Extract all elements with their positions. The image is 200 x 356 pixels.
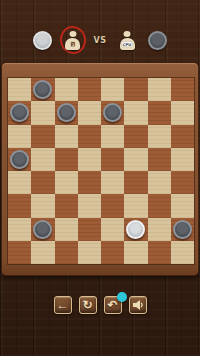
board-square[interactable] <box>148 218 171 241</box>
board-square[interactable] <box>124 148 147 171</box>
board-square[interactable] <box>101 218 124 241</box>
player1-color-piece-icon <box>33 31 52 50</box>
board-square[interactable] <box>101 148 124 171</box>
undo-notification-badge <box>117 292 127 302</box>
board-square[interactable] <box>55 148 78 171</box>
board-square[interactable] <box>171 218 194 241</box>
checker-piece-dark[interactable] <box>10 103 29 122</box>
board-square[interactable] <box>55 241 78 264</box>
board-square[interactable] <box>31 78 54 101</box>
checker-piece-dark[interactable] <box>10 150 29 169</box>
board-square[interactable] <box>55 194 78 217</box>
board-square[interactable] <box>148 241 171 264</box>
cpu-person-icon: CPU <box>120 31 135 50</box>
board-square[interactable] <box>31 171 54 194</box>
board-square[interactable] <box>78 125 101 148</box>
checker-piece-dark[interactable] <box>57 103 76 122</box>
board-square[interactable] <box>78 101 101 124</box>
speaker-icon <box>132 299 144 311</box>
board-square[interactable] <box>8 125 31 148</box>
board-square[interactable] <box>124 171 147 194</box>
board-square[interactable] <box>124 241 147 264</box>
player1-chest-label: 1 <box>70 41 75 47</box>
checker-piece-dark[interactable] <box>33 220 52 239</box>
board-square[interactable] <box>31 218 54 241</box>
undo-arrow-icon: ↶ <box>107 299 117 311</box>
board-square[interactable] <box>8 148 31 171</box>
board-square[interactable] <box>31 241 54 264</box>
board-square[interactable] <box>31 148 54 171</box>
board-square[interactable] <box>78 171 101 194</box>
board-square[interactable] <box>148 171 171 194</box>
undo-button[interactable]: ↶ <box>104 296 122 314</box>
board-square[interactable] <box>148 148 171 171</box>
board-square[interactable] <box>101 171 124 194</box>
board-square[interactable] <box>171 101 194 124</box>
board-square[interactable] <box>78 241 101 264</box>
person-head <box>124 31 131 37</box>
board-square[interactable] <box>8 194 31 217</box>
checker-piece-light[interactable] <box>126 220 145 239</box>
bottom-toolbar: ← ↻ ↶ <box>0 294 200 316</box>
vs-label: VS <box>94 36 107 45</box>
board-square[interactable] <box>171 125 194 148</box>
board-square[interactable] <box>101 125 124 148</box>
restart-button[interactable]: ↻ <box>79 296 97 314</box>
sound-button[interactable] <box>129 296 147 314</box>
player-bar: 1 VS CPU <box>0 26 200 54</box>
person-head <box>69 31 76 37</box>
board-square[interactable] <box>55 78 78 101</box>
board-square[interactable] <box>78 148 101 171</box>
board-square[interactable] <box>148 78 171 101</box>
board-square[interactable] <box>148 194 171 217</box>
board-square[interactable] <box>8 101 31 124</box>
player2-color-piece-icon <box>148 31 167 50</box>
back-arrow-icon: ← <box>57 299 69 311</box>
board-square[interactable] <box>78 218 101 241</box>
board-square[interactable] <box>31 101 54 124</box>
board-square[interactable] <box>124 125 147 148</box>
board-frame <box>1 62 199 276</box>
board-square[interactable] <box>171 148 194 171</box>
board-square[interactable] <box>101 78 124 101</box>
board-square[interactable] <box>8 78 31 101</box>
board-square[interactable] <box>8 218 31 241</box>
board-square[interactable] <box>171 171 194 194</box>
player1-avatar[interactable]: 1 <box>60 27 86 53</box>
board-square[interactable] <box>31 125 54 148</box>
board-square[interactable] <box>124 194 147 217</box>
restart-icon: ↻ <box>82 299 92 311</box>
cpu-chest-label: CPU <box>122 41 133 47</box>
board-square[interactable] <box>148 101 171 124</box>
board-square[interactable] <box>55 101 78 124</box>
checker-piece-dark[interactable] <box>33 80 52 99</box>
board-square[interactable] <box>124 101 147 124</box>
checker-piece-dark[interactable] <box>173 220 192 239</box>
board-square[interactable] <box>78 78 101 101</box>
board-grid <box>8 78 194 264</box>
board-square[interactable] <box>171 78 194 101</box>
board-square[interactable] <box>171 241 194 264</box>
board-square[interactable] <box>8 241 31 264</box>
board-square[interactable] <box>101 101 124 124</box>
player1-person-icon: 1 <box>65 31 80 50</box>
board-square[interactable] <box>124 78 147 101</box>
board-square[interactable] <box>55 171 78 194</box>
back-button[interactable]: ← <box>54 296 72 314</box>
board-square[interactable] <box>55 218 78 241</box>
board-square[interactable] <box>148 125 171 148</box>
board-square[interactable] <box>31 194 54 217</box>
board-square[interactable] <box>124 218 147 241</box>
player2-avatar[interactable]: CPU <box>114 27 140 53</box>
board-square[interactable] <box>171 194 194 217</box>
checker-piece-dark[interactable] <box>103 103 122 122</box>
board-square[interactable] <box>8 171 31 194</box>
board-square[interactable] <box>101 194 124 217</box>
board-square[interactable] <box>78 194 101 217</box>
checkers-app: 1 VS CPU ← ↻ ↶ <box>0 0 200 356</box>
board-square[interactable] <box>101 241 124 264</box>
board-square[interactable] <box>55 125 78 148</box>
